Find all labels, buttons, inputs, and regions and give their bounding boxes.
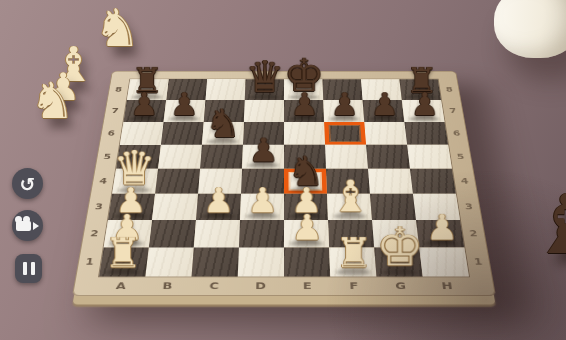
square-f8[interactable] [322,79,362,100]
square-c7[interactable] [204,100,245,122]
rank-label-right-6: 6 [450,129,463,137]
square-g2[interactable] [372,220,419,248]
white-pawn-h2[interactable]: ♟ [426,210,458,245]
square-a4[interactable]: ♛ [112,169,158,194]
chess-app-screen: ♜♛♚♜♟♟♟♟♟♟♞♟♛♞♟♟♟♟♝♟♟♟♜♜♚ 11223344556677… [0,0,566,340]
file-label-h: H [436,280,457,291]
square-f6[interactable] [324,122,366,145]
square-b5[interactable] [158,145,202,169]
pause-icon [23,262,27,275]
square-h3[interactable] [413,194,460,220]
square-b6[interactable] [161,122,204,145]
square-d3[interactable]: ♟ [240,194,284,220]
captured-black-bishop: ♝ [530,184,566,266]
square-c5[interactable] [200,145,243,169]
file-label-d: D [251,280,271,291]
square-b2[interactable] [149,220,196,248]
chess-board-frame: ♜♛♚♜♟♟♟♟♟♟♞♟♛♞♟♟♟♟♝♟♟♟♜♜♚ 11223344556677… [72,71,496,296]
rank-label-right-5: 5 [454,152,468,160]
square-c4[interactable] [198,169,242,194]
square-g4[interactable] [368,169,413,194]
square-e6[interactable] [284,122,325,145]
square-b1[interactable] [145,247,194,276]
square-e8[interactable]: ♚ [284,79,323,100]
square-d5[interactable]: ♟ [242,145,284,169]
square-g1[interactable]: ♚ [374,247,423,276]
rank-label-left-7: 7 [108,107,121,115]
square-h8[interactable]: ♜ [399,79,441,100]
square-f2[interactable] [328,220,374,248]
undo-button[interactable]: ↺ [12,168,43,199]
square-g7[interactable]: ♟ [363,100,405,122]
square-e7[interactable]: ♟ [284,100,324,122]
file-label-e: E [297,280,317,291]
undo-icon: ↺ [20,173,36,195]
square-e3[interactable]: ♟ [284,194,328,220]
square-g5[interactable] [366,145,410,169]
rank-label-left-4: 4 [96,177,110,186]
rank-label-right-1: 1 [471,257,486,267]
square-a3[interactable]: ♟ [108,194,155,220]
pause-button[interactable] [15,254,42,283]
camera-icon [16,221,31,231]
square-d1[interactable] [238,247,284,276]
captured-white-knight: ♞ [94,2,141,54]
rank-label-left-5: 5 [100,152,114,160]
square-d2[interactable] [239,220,284,248]
square-h4[interactable] [410,169,456,194]
square-h6[interactable] [404,122,448,145]
black-rook-a8[interactable]: ♜ [131,63,162,98]
square-e2[interactable]: ♟ [284,220,329,248]
square-g6[interactable] [364,122,407,145]
rank-label-left-8: 8 [112,86,125,93]
square-h7[interactable]: ♟ [402,100,445,122]
white-cup [494,0,566,58]
file-label-f: F [344,280,364,291]
square-b4[interactable] [155,169,200,194]
square-d6[interactable] [243,122,284,145]
square-a5[interactable] [116,145,161,169]
black-king-e8[interactable]: ♚ [283,53,323,98]
square-a8[interactable]: ♜ [127,79,169,100]
file-label-a: A [110,280,131,291]
square-g3[interactable] [370,194,416,220]
camera-lens-icon [33,222,39,230]
black-rook-h8[interactable]: ♜ [406,63,437,98]
pause-icon [31,262,35,275]
chess-board[interactable]: ♜♛♚♜♟♟♟♟♟♟♞♟♛♞♟♟♟♟♝♟♟♟♜♜♚ [99,79,469,276]
rank-label-right-2: 2 [466,229,481,239]
square-a6[interactable] [120,122,164,145]
white-queen-a4[interactable]: ♛ [113,144,156,191]
square-b7[interactable]: ♟ [164,100,206,122]
black-queen-d8[interactable]: ♛ [245,55,284,98]
file-label-b: B [157,280,178,291]
square-d4[interactable] [241,169,284,194]
square-f3[interactable]: ♝ [327,194,372,220]
square-f1[interactable]: ♜ [329,247,376,276]
square-b3[interactable] [152,194,198,220]
square-g8[interactable] [361,79,402,100]
square-c6[interactable]: ♞ [202,122,244,145]
square-d8[interactable]: ♛ [245,79,284,100]
square-c8[interactable] [205,79,245,100]
square-f4[interactable] [326,169,370,194]
square-h2[interactable]: ♟ [416,220,464,248]
white-pawn-e2[interactable]: ♟ [291,210,323,245]
square-h1[interactable] [419,247,469,276]
square-c3[interactable]: ♟ [196,194,241,220]
rank-label-left-1: 1 [82,257,97,267]
square-a7[interactable]: ♟ [123,100,166,122]
rank-label-right-4: 4 [458,177,472,186]
square-d7[interactable] [244,100,284,122]
captured-white-knight: ♞ [30,76,75,126]
square-a1[interactable]: ♜ [99,247,149,276]
rank-label-left-6: 6 [105,129,118,137]
square-f7[interactable]: ♟ [323,100,364,122]
square-e5[interactable] [284,145,326,169]
square-e4[interactable]: ♞ [284,169,327,194]
square-c2[interactable] [194,220,240,248]
rank-label-right-8: 8 [443,86,456,93]
square-a2[interactable]: ♟ [104,220,152,248]
white-pawn-a2[interactable]: ♟ [111,210,143,245]
file-label-g: G [390,280,411,291]
square-b8[interactable] [166,79,207,100]
rank-label-left-3: 3 [92,202,106,211]
square-c1[interactable] [192,247,239,276]
square-h5[interactable] [407,145,452,169]
rank-label-right-3: 3 [462,202,476,211]
square-f5[interactable] [325,145,368,169]
rank-label-left-2: 2 [87,229,102,239]
camera-view-button[interactable] [12,210,43,241]
file-label-c: C [204,280,224,291]
square-e1[interactable] [284,247,330,276]
rank-label-right-7: 7 [446,107,459,115]
